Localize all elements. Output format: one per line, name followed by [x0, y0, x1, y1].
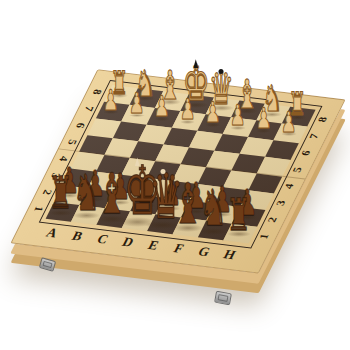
chess-set-photo: ABCDEFGH 87654321 87654321 ♜♞♝♚♛♝♞♜♟♟♟♟♟… [0, 0, 350, 350]
folding-chess-board: ABCDEFGH 87654321 87654321 [10, 69, 345, 273]
metal-clasp-icon [214, 291, 232, 306]
finial-spike [193, 59, 198, 68]
metal-clasp-icon [39, 257, 56, 272]
finial-ball [219, 69, 224, 74]
